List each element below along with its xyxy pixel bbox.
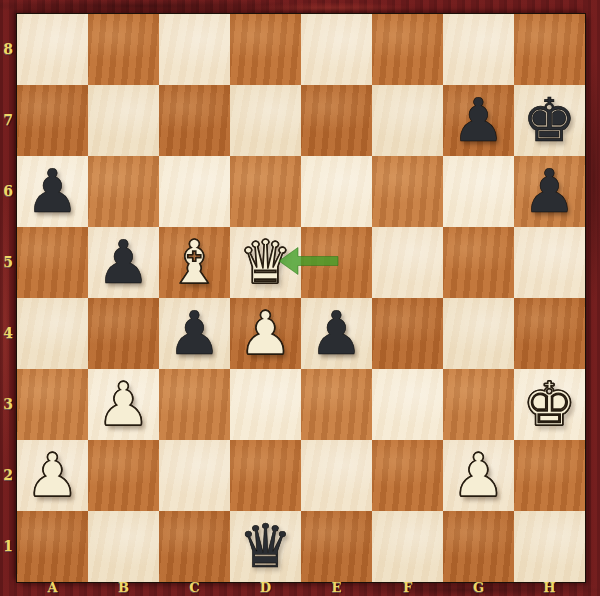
- square-b6[interactable]: [88, 156, 159, 227]
- piece-white-pawn-b3[interactable]: ♟: [88, 369, 159, 440]
- square-h8[interactable]: [514, 14, 585, 85]
- square-b1[interactable]: [88, 511, 159, 582]
- square-g5[interactable]: [443, 227, 514, 298]
- square-h1[interactable]: [514, 511, 585, 582]
- piece-white-queen-d5[interactable]: ♛: [230, 227, 301, 298]
- square-d3[interactable]: [230, 369, 301, 440]
- file-label-e: E: [301, 581, 372, 596]
- piece-black-pawn-b5[interactable]: ♟: [88, 227, 159, 298]
- square-b5[interactable]: ♟: [88, 227, 159, 298]
- square-a2[interactable]: ♟: [17, 440, 88, 511]
- file-label-c: C: [159, 581, 230, 596]
- file-label-h: H: [514, 581, 585, 596]
- square-e5[interactable]: [301, 227, 372, 298]
- file-label-b: B: [88, 581, 159, 596]
- square-b3[interactable]: ♟: [88, 369, 159, 440]
- square-e7[interactable]: [301, 85, 372, 156]
- piece-white-pawn-a2[interactable]: ♟: [17, 440, 88, 511]
- square-h3[interactable]: ♚: [514, 369, 585, 440]
- square-a8[interactable]: [17, 14, 88, 85]
- square-g6[interactable]: [443, 156, 514, 227]
- square-a3[interactable]: [17, 369, 88, 440]
- board-frame: ♟♚♟♟♟♝♛♟♟♟♟♚♟♟♛ 87654321ABCDEFGH: [0, 0, 600, 596]
- square-c1[interactable]: [159, 511, 230, 582]
- square-d1[interactable]: ♛: [230, 511, 301, 582]
- square-a6[interactable]: ♟: [17, 156, 88, 227]
- square-g7[interactable]: ♟: [443, 85, 514, 156]
- rank-label-3: 3: [0, 369, 16, 440]
- square-b8[interactable]: [88, 14, 159, 85]
- rank-label-6: 6: [0, 156, 16, 227]
- square-d7[interactable]: [230, 85, 301, 156]
- rank-label-8: 8: [0, 14, 16, 85]
- square-c6[interactable]: [159, 156, 230, 227]
- piece-black-pawn-g7[interactable]: ♟: [443, 85, 514, 156]
- square-e6[interactable]: [301, 156, 372, 227]
- square-e3[interactable]: [301, 369, 372, 440]
- square-h5[interactable]: [514, 227, 585, 298]
- piece-black-pawn-e4[interactable]: ♟: [301, 298, 372, 369]
- square-b4[interactable]: [88, 298, 159, 369]
- chess-board: ♟♚♟♟♟♝♛♟♟♟♟♚♟♟♛: [17, 14, 585, 582]
- square-h2[interactable]: [514, 440, 585, 511]
- square-a4[interactable]: [17, 298, 88, 369]
- piece-black-pawn-h6[interactable]: ♟: [514, 156, 585, 227]
- square-f7[interactable]: [372, 85, 443, 156]
- square-g8[interactable]: [443, 14, 514, 85]
- piece-black-pawn-c4[interactable]: ♟: [159, 298, 230, 369]
- rank-label-7: 7: [0, 85, 16, 156]
- square-a5[interactable]: [17, 227, 88, 298]
- square-c2[interactable]: [159, 440, 230, 511]
- square-c3[interactable]: [159, 369, 230, 440]
- square-c8[interactable]: [159, 14, 230, 85]
- square-c5[interactable]: ♝: [159, 227, 230, 298]
- piece-black-king-h7[interactable]: ♚: [514, 85, 585, 156]
- piece-white-pawn-d4[interactable]: ♟: [230, 298, 301, 369]
- square-d5[interactable]: ♛: [230, 227, 301, 298]
- square-f5[interactable]: [372, 227, 443, 298]
- square-e4[interactable]: ♟: [301, 298, 372, 369]
- square-g2[interactable]: ♟: [443, 440, 514, 511]
- square-g3[interactable]: [443, 369, 514, 440]
- square-a7[interactable]: [17, 85, 88, 156]
- piece-white-king-h3[interactable]: ♚: [514, 369, 585, 440]
- rank-label-2: 2: [0, 440, 16, 511]
- square-d2[interactable]: [230, 440, 301, 511]
- file-label-g: G: [443, 581, 514, 596]
- square-f2[interactable]: [372, 440, 443, 511]
- file-label-f: F: [372, 581, 443, 596]
- rank-label-5: 5: [0, 227, 16, 298]
- square-d4[interactable]: ♟: [230, 298, 301, 369]
- square-a1[interactable]: [17, 511, 88, 582]
- piece-white-pawn-g2[interactable]: ♟: [443, 440, 514, 511]
- square-c7[interactable]: [159, 85, 230, 156]
- square-f4[interactable]: [372, 298, 443, 369]
- square-e2[interactable]: [301, 440, 372, 511]
- piece-white-bishop-c5[interactable]: ♝: [159, 227, 230, 298]
- square-d6[interactable]: [230, 156, 301, 227]
- file-label-a: A: [17, 581, 88, 596]
- piece-black-queen-d1[interactable]: ♛: [230, 511, 301, 582]
- square-h4[interactable]: [514, 298, 585, 369]
- square-g1[interactable]: [443, 511, 514, 582]
- square-g4[interactable]: [443, 298, 514, 369]
- square-h7[interactable]: ♚: [514, 85, 585, 156]
- rank-label-1: 1: [0, 511, 16, 582]
- piece-black-pawn-a6[interactable]: ♟: [17, 156, 88, 227]
- square-f8[interactable]: [372, 14, 443, 85]
- square-e8[interactable]: [301, 14, 372, 85]
- square-f3[interactable]: [372, 369, 443, 440]
- square-b7[interactable]: [88, 85, 159, 156]
- square-c4[interactable]: ♟: [159, 298, 230, 369]
- square-d8[interactable]: [230, 14, 301, 85]
- rank-label-4: 4: [0, 298, 16, 369]
- file-label-d: D: [230, 581, 301, 596]
- square-f1[interactable]: [372, 511, 443, 582]
- square-f6[interactable]: [372, 156, 443, 227]
- square-b2[interactable]: [88, 440, 159, 511]
- square-e1[interactable]: [301, 511, 372, 582]
- square-h6[interactable]: ♟: [514, 156, 585, 227]
